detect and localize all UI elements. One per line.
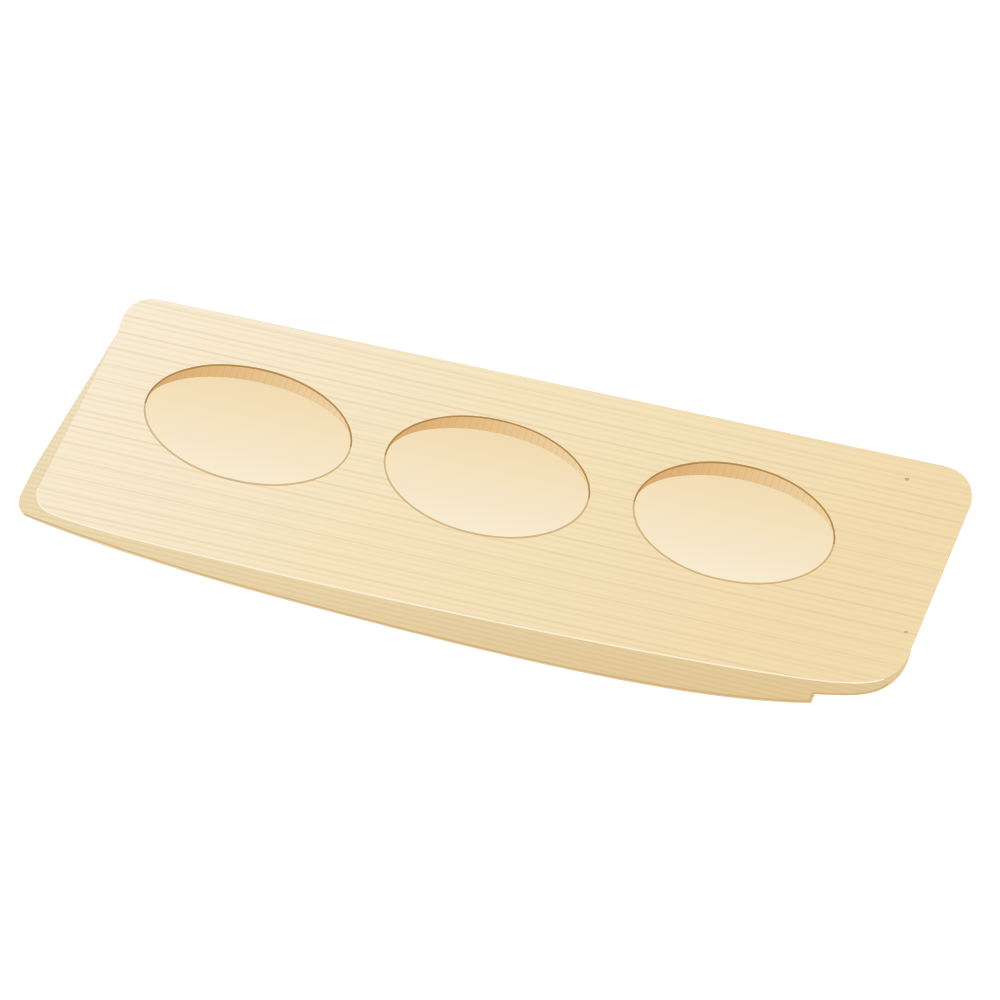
wood-speck-1 — [905, 478, 910, 481]
product-photo-svg: Natural wood tray with three round reces… — [0, 0, 1000, 1000]
wood-speck-2 — [904, 631, 908, 633]
product-photo: Natural wood tray with three round reces… — [0, 0, 1000, 1000]
